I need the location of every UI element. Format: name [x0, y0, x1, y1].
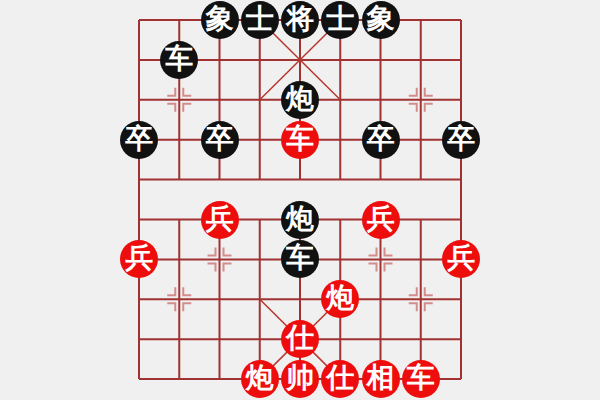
piece-glyph: 士: [246, 5, 274, 33]
piece-red-chariot[interactable]: 车: [281, 121, 319, 159]
piece-glyph: 炮: [246, 364, 274, 392]
piece-glyph: 相: [367, 364, 395, 392]
piece-glyph: 兵: [447, 244, 475, 272]
piece-black-advisor[interactable]: 士: [321, 1, 359, 39]
piece-glyph: 炮: [286, 85, 314, 113]
piece-black-chariot[interactable]: 车: [160, 41, 198, 79]
piece-red-soldier[interactable]: 兵: [120, 240, 158, 278]
piece-red-soldier[interactable]: 兵: [362, 201, 400, 239]
pieces-layer: 象士将士象车炮卒卒车卒卒兵炮兵兵车兵炮仕炮帅仕相车: [0, 0, 600, 400]
piece-red-general[interactable]: 帅: [281, 360, 319, 398]
piece-glyph: 象: [206, 5, 234, 33]
piece-glyph: 炮: [326, 284, 354, 312]
piece-red-advisor[interactable]: 仕: [321, 360, 359, 398]
piece-black-elephant[interactable]: 象: [362, 1, 400, 39]
piece-black-elephant[interactable]: 象: [201, 1, 239, 39]
piece-red-chariot[interactable]: 车: [402, 360, 440, 398]
piece-glyph: 卒: [125, 125, 153, 153]
piece-red-cannon[interactable]: 炮: [241, 360, 279, 398]
piece-black-general[interactable]: 将: [281, 1, 319, 39]
piece-red-cannon[interactable]: 炮: [321, 280, 359, 318]
piece-glyph: 车: [407, 364, 435, 392]
piece-glyph: 帅: [286, 364, 314, 392]
piece-black-soldier[interactable]: 卒: [362, 121, 400, 159]
xiangqi-board: 象士将士象车炮卒卒车卒卒兵炮兵兵车兵炮仕炮帅仕相车: [0, 0, 600, 400]
piece-glyph: 车: [286, 125, 314, 153]
piece-red-soldier[interactable]: 兵: [442, 240, 480, 278]
piece-red-advisor[interactable]: 仕: [281, 320, 319, 358]
piece-glyph: 兵: [125, 244, 153, 272]
piece-black-advisor[interactable]: 士: [241, 1, 279, 39]
piece-glyph: 将: [286, 5, 314, 33]
piece-black-chariot[interactable]: 车: [281, 240, 319, 278]
piece-black-soldier[interactable]: 卒: [120, 121, 158, 159]
piece-glyph: 车: [165, 45, 193, 73]
piece-glyph: 车: [286, 244, 314, 272]
piece-glyph: 炮: [286, 205, 314, 233]
piece-glyph: 卒: [367, 125, 395, 153]
piece-glyph: 兵: [367, 205, 395, 233]
piece-glyph: 兵: [206, 205, 234, 233]
piece-black-cannon[interactable]: 炮: [281, 81, 319, 119]
piece-glyph: 仕: [326, 364, 354, 392]
piece-glyph: 卒: [447, 125, 475, 153]
piece-black-soldier[interactable]: 卒: [201, 121, 239, 159]
piece-glyph: 仕: [286, 324, 314, 352]
piece-red-soldier[interactable]: 兵: [201, 201, 239, 239]
piece-glyph: 士: [326, 5, 354, 33]
piece-black-cannon[interactable]: 炮: [281, 201, 319, 239]
piece-red-elephant[interactable]: 相: [362, 360, 400, 398]
piece-glyph: 象: [367, 5, 395, 33]
piece-black-soldier[interactable]: 卒: [442, 121, 480, 159]
piece-glyph: 卒: [206, 125, 234, 153]
